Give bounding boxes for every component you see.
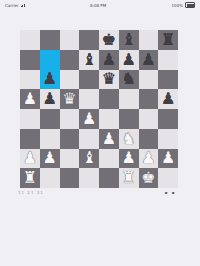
square-c8[interactable] [60,30,80,50]
status-left: Carrier [5,3,25,8]
square-h6[interactable] [158,70,178,90]
square-h8[interactable]: ♜ [158,30,178,50]
square-f6[interactable]: ♞ [119,70,139,90]
square-g6[interactable] [139,70,159,90]
square-h2[interactable]: ♟ [158,149,178,169]
square-a8[interactable] [20,30,40,50]
square-c5[interactable]: ♛ [60,89,80,109]
piece-white-knight: ♞ [121,130,135,146]
square-e6[interactable]: ♛ [99,70,119,90]
square-g8[interactable] [139,30,159,50]
square-d7[interactable]: ♝ [79,50,99,70]
square-h4[interactable] [158,109,178,129]
piece-black-pawn: ♟ [161,91,175,107]
square-e8[interactable]: ♚ [99,30,119,50]
piece-black-pawn: ♟ [42,71,56,87]
square-b5[interactable]: ♟ [40,89,60,109]
piece-black-bishop: ♝ [82,51,96,67]
battery-percent-label: 100% [172,3,183,8]
piece-white-rook: ♜ [121,170,135,186]
piece-white-pawn: ♟ [42,150,56,166]
square-a7[interactable] [20,50,40,70]
square-e3[interactable]: ♟ [99,129,119,149]
square-b8[interactable] [40,30,60,50]
square-g2[interactable]: ♟ [139,149,159,169]
square-e5[interactable] [99,89,119,109]
square-f7[interactable]: ♟ [119,50,139,70]
piece-white-pawn: ♟ [161,150,175,166]
square-d5[interactable] [79,89,99,109]
square-d1[interactable] [79,168,99,188]
square-a3[interactable] [20,129,40,149]
square-b4[interactable] [40,109,60,129]
piece-white-pawn: ♟ [102,130,116,146]
piece-black-pawn: ♟ [121,51,135,67]
square-a1[interactable]: ♜ [20,168,40,188]
square-e7[interactable]: ♟ [99,50,119,70]
square-g5[interactable] [139,89,159,109]
square-d8[interactable] [79,30,99,50]
square-b2[interactable]: ♟ [40,149,60,169]
piece-white-pawn: ♟ [82,110,96,126]
square-c1[interactable] [60,168,80,188]
square-a4[interactable] [20,109,40,129]
square-c2[interactable] [60,149,80,169]
footer-marks: ▪ ▪ [165,190,176,195]
square-f4[interactable] [119,109,139,129]
square-e2[interactable] [99,149,119,169]
piece-black-bishop: ♝ [121,31,135,47]
piece-white-pawn: ♟ [23,91,37,107]
status-right: 100% [172,2,195,9]
square-f2[interactable]: ♟ [119,149,139,169]
square-b3[interactable] [40,129,60,149]
piece-white-rook: ♜ [23,170,37,186]
square-g1[interactable]: ♚ [139,168,159,188]
piece-white-bishop: ♝ [82,150,96,166]
square-h7[interactable] [158,50,178,70]
square-b7[interactable] [40,50,60,70]
square-a2[interactable]: ♟ [20,149,40,169]
square-f5[interactable] [119,89,139,109]
square-d2[interactable]: ♝ [79,149,99,169]
square-h5[interactable]: ♟ [158,89,178,109]
piece-white-pawn: ♟ [23,150,37,166]
square-h1[interactable] [158,168,178,188]
piece-white-king: ♚ [141,170,155,186]
piece-white-pawn: ♟ [141,150,155,166]
square-g3[interactable] [139,129,159,149]
square-b1[interactable] [40,168,60,188]
clock-label: 8:08 PM [90,3,106,8]
square-d4[interactable]: ♟ [79,109,99,129]
square-d6[interactable] [79,70,99,90]
piece-black-queen: ♛ [102,71,116,87]
square-e4[interactable] [99,109,119,129]
move-counter-text: 11 21 31 [18,190,44,195]
square-a5[interactable]: ♟ [20,89,40,109]
piece-black-pawn: ♟ [141,51,155,67]
piece-black-king: ♚ [102,31,116,47]
square-e1[interactable] [99,168,119,188]
square-d3[interactable] [79,129,99,149]
carrier-label: Carrier [5,3,19,8]
square-b6[interactable]: ♟ [40,70,60,90]
square-g4[interactable] [139,109,159,129]
piece-black-pawn: ♟ [102,51,116,67]
square-f1[interactable]: ♜ [119,168,139,188]
square-c3[interactable] [60,129,80,149]
square-h3[interactable] [158,129,178,149]
piece-black-rook: ♜ [161,31,175,47]
square-g7[interactable]: ♟ [139,50,159,70]
square-f3[interactable]: ♞ [119,129,139,149]
square-f8[interactable]: ♝ [119,30,139,50]
battery-icon [185,2,195,9]
status-center: 8:08 PM [90,3,106,8]
chess-board[interactable]: ♚♝♜♝♟♟♟♟♛♞♟♟♛♟♟♟♞♟♟♝♟♟♟♜♜♚ [20,30,178,188]
square-a6[interactable] [20,70,40,90]
square-c4[interactable] [60,109,80,129]
piece-white-pawn: ♟ [121,150,135,166]
piece-black-knight: ♞ [121,71,135,87]
status-bar: Carrier 8:08 PM 100% [0,0,200,10]
piece-black-pawn: ♟ [42,91,56,107]
piece-white-queen: ♛ [62,91,76,107]
app-screen: Carrier 8:08 PM 100% ♚♝♜♝♟♟♟♟♛♞♟♟♛♟♟♟♞♟♟… [0,0,200,266]
square-c7[interactable] [60,50,80,70]
wifi-signal-icon [21,3,25,7]
square-c6[interactable] [60,70,80,90]
